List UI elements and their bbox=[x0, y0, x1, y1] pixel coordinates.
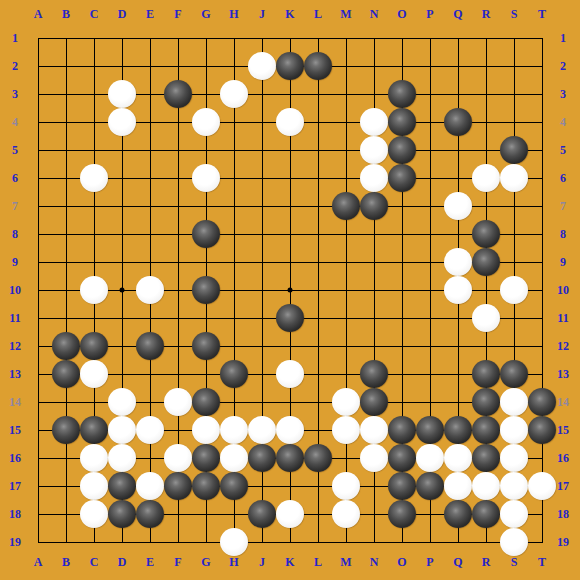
row-label-15: 15 bbox=[557, 424, 569, 436]
white-stone-D14 bbox=[108, 388, 136, 416]
black-stone-R15 bbox=[472, 416, 500, 444]
white-stone-R6 bbox=[472, 164, 500, 192]
column-label-T: T bbox=[538, 8, 546, 20]
white-stone-R17 bbox=[472, 472, 500, 500]
row-label-12: 12 bbox=[557, 340, 569, 352]
row-label-1: 1 bbox=[560, 32, 566, 44]
white-stone-N15 bbox=[360, 416, 388, 444]
row-label-19: 19 bbox=[9, 536, 21, 548]
row-label-3: 3 bbox=[560, 88, 566, 100]
column-label-N: N bbox=[370, 556, 379, 568]
row-label-4: 4 bbox=[560, 116, 566, 128]
black-stone-P15 bbox=[416, 416, 444, 444]
black-stone-C12 bbox=[80, 332, 108, 360]
column-label-C: C bbox=[90, 8, 99, 20]
white-stone-C6 bbox=[80, 164, 108, 192]
black-stone-L2 bbox=[304, 52, 332, 80]
column-label-J: J bbox=[259, 8, 265, 20]
black-stone-G12 bbox=[192, 332, 220, 360]
row-label-9: 9 bbox=[12, 256, 18, 268]
black-stone-O6 bbox=[388, 164, 416, 192]
column-label-P: P bbox=[426, 8, 433, 20]
black-stone-B13 bbox=[52, 360, 80, 388]
black-stone-M7 bbox=[332, 192, 360, 220]
column-label-N: N bbox=[370, 8, 379, 20]
white-stone-R11 bbox=[472, 304, 500, 332]
column-label-D: D bbox=[118, 556, 127, 568]
black-stone-G16 bbox=[192, 444, 220, 472]
row-label-14: 14 bbox=[9, 396, 21, 408]
row-label-11: 11 bbox=[557, 312, 568, 324]
black-stone-R13 bbox=[472, 360, 500, 388]
black-stone-R9 bbox=[472, 248, 500, 276]
black-stone-Q4 bbox=[444, 108, 472, 136]
white-stone-Q17 bbox=[444, 472, 472, 500]
white-stone-Q7 bbox=[444, 192, 472, 220]
row-label-13: 13 bbox=[557, 368, 569, 380]
white-stone-N16 bbox=[360, 444, 388, 472]
black-stone-C15 bbox=[80, 416, 108, 444]
column-label-O: O bbox=[397, 556, 406, 568]
black-stone-H17 bbox=[220, 472, 248, 500]
white-stone-S14 bbox=[500, 388, 528, 416]
go-board[interactable]: AABBCCDDEEFFGGHHJJKKLLMMNNOOPPQQRRSSTT11… bbox=[0, 0, 580, 580]
column-label-L: L bbox=[314, 556, 322, 568]
white-stone-M15 bbox=[332, 416, 360, 444]
column-label-B: B bbox=[62, 556, 70, 568]
white-stone-D16 bbox=[108, 444, 136, 472]
column-label-M: M bbox=[340, 8, 351, 20]
column-label-A: A bbox=[34, 8, 43, 20]
column-label-P: P bbox=[426, 556, 433, 568]
white-stone-F16 bbox=[164, 444, 192, 472]
white-stone-N5 bbox=[360, 136, 388, 164]
row-label-12: 12 bbox=[9, 340, 21, 352]
white-stone-K18 bbox=[276, 500, 304, 528]
black-stone-P17 bbox=[416, 472, 444, 500]
column-label-K: K bbox=[285, 8, 294, 20]
column-label-R: R bbox=[482, 8, 491, 20]
black-stone-K16 bbox=[276, 444, 304, 472]
black-stone-D18 bbox=[108, 500, 136, 528]
row-label-16: 16 bbox=[9, 452, 21, 464]
row-label-14: 14 bbox=[557, 396, 569, 408]
column-label-K: K bbox=[285, 556, 294, 568]
black-stone-R16 bbox=[472, 444, 500, 472]
white-stone-S16 bbox=[500, 444, 528, 472]
black-stone-G8 bbox=[192, 220, 220, 248]
white-stone-Q9 bbox=[444, 248, 472, 276]
row-label-5: 5 bbox=[560, 144, 566, 156]
white-stone-G6 bbox=[192, 164, 220, 192]
black-stone-S13 bbox=[500, 360, 528, 388]
board-grid-line bbox=[542, 38, 543, 543]
white-stone-D15 bbox=[108, 416, 136, 444]
black-stone-Q18 bbox=[444, 500, 472, 528]
white-stone-T17 bbox=[528, 472, 556, 500]
row-label-9: 9 bbox=[560, 256, 566, 268]
row-label-4: 4 bbox=[12, 116, 18, 128]
white-stone-S15 bbox=[500, 416, 528, 444]
white-stone-C18 bbox=[80, 500, 108, 528]
white-stone-H19 bbox=[220, 528, 248, 556]
column-label-M: M bbox=[340, 556, 351, 568]
column-label-Q: Q bbox=[453, 8, 462, 20]
row-label-18: 18 bbox=[557, 508, 569, 520]
column-label-E: E bbox=[146, 8, 154, 20]
row-label-3: 3 bbox=[12, 88, 18, 100]
white-stone-G15 bbox=[192, 416, 220, 444]
column-label-F: F bbox=[174, 556, 181, 568]
black-stone-K11 bbox=[276, 304, 304, 332]
black-stone-B12 bbox=[52, 332, 80, 360]
white-stone-S18 bbox=[500, 500, 528, 528]
row-label-2: 2 bbox=[12, 60, 18, 72]
black-stone-G10 bbox=[192, 276, 220, 304]
white-stone-K13 bbox=[276, 360, 304, 388]
black-stone-O18 bbox=[388, 500, 416, 528]
white-stone-H15 bbox=[220, 416, 248, 444]
row-label-16: 16 bbox=[557, 452, 569, 464]
white-stone-Q10 bbox=[444, 276, 472, 304]
black-stone-F3 bbox=[164, 80, 192, 108]
column-label-J: J bbox=[259, 556, 265, 568]
black-stone-E12 bbox=[136, 332, 164, 360]
white-stone-J2 bbox=[248, 52, 276, 80]
row-label-6: 6 bbox=[12, 172, 18, 184]
row-label-8: 8 bbox=[12, 228, 18, 240]
row-label-19: 19 bbox=[557, 536, 569, 548]
row-label-17: 17 bbox=[9, 480, 21, 492]
black-stone-B15 bbox=[52, 416, 80, 444]
row-label-5: 5 bbox=[12, 144, 18, 156]
column-label-H: H bbox=[229, 8, 238, 20]
white-stone-Q16 bbox=[444, 444, 472, 472]
column-label-R: R bbox=[482, 556, 491, 568]
column-label-E: E bbox=[146, 556, 154, 568]
black-stone-J16 bbox=[248, 444, 276, 472]
white-stone-C13 bbox=[80, 360, 108, 388]
black-stone-K2 bbox=[276, 52, 304, 80]
board-grid-line bbox=[38, 346, 543, 347]
row-label-7: 7 bbox=[12, 200, 18, 212]
black-stone-H13 bbox=[220, 360, 248, 388]
white-stone-H3 bbox=[220, 80, 248, 108]
white-stone-K4 bbox=[276, 108, 304, 136]
white-stone-N4 bbox=[360, 108, 388, 136]
white-stone-C10 bbox=[80, 276, 108, 304]
black-stone-O5 bbox=[388, 136, 416, 164]
white-stone-S19 bbox=[500, 528, 528, 556]
star-point-K10 bbox=[288, 288, 293, 293]
column-label-F: F bbox=[174, 8, 181, 20]
column-label-T: T bbox=[538, 556, 546, 568]
black-stone-R8 bbox=[472, 220, 500, 248]
column-label-H: H bbox=[229, 556, 238, 568]
board-grid-line bbox=[346, 38, 347, 543]
black-stone-F17 bbox=[164, 472, 192, 500]
white-stone-M17 bbox=[332, 472, 360, 500]
row-label-6: 6 bbox=[560, 172, 566, 184]
row-label-15: 15 bbox=[9, 424, 21, 436]
white-stone-K15 bbox=[276, 416, 304, 444]
black-stone-O4 bbox=[388, 108, 416, 136]
black-stone-N7 bbox=[360, 192, 388, 220]
row-label-8: 8 bbox=[560, 228, 566, 240]
column-label-L: L bbox=[314, 8, 322, 20]
row-label-18: 18 bbox=[9, 508, 21, 520]
white-stone-G4 bbox=[192, 108, 220, 136]
column-label-C: C bbox=[90, 556, 99, 568]
black-stone-R18 bbox=[472, 500, 500, 528]
white-stone-E17 bbox=[136, 472, 164, 500]
white-stone-J15 bbox=[248, 416, 276, 444]
white-stone-D3 bbox=[108, 80, 136, 108]
black-stone-E18 bbox=[136, 500, 164, 528]
black-stone-O3 bbox=[388, 80, 416, 108]
white-stone-S6 bbox=[500, 164, 528, 192]
column-label-S: S bbox=[511, 556, 518, 568]
column-label-Q: Q bbox=[453, 556, 462, 568]
black-stone-G14 bbox=[192, 388, 220, 416]
row-label-11: 11 bbox=[9, 312, 20, 324]
black-stone-J18 bbox=[248, 500, 276, 528]
row-label-7: 7 bbox=[560, 200, 566, 212]
column-label-G: G bbox=[201, 8, 210, 20]
white-stone-C17 bbox=[80, 472, 108, 500]
row-label-10: 10 bbox=[9, 284, 21, 296]
black-stone-T15 bbox=[528, 416, 556, 444]
star-point-D10 bbox=[120, 288, 125, 293]
column-label-B: B bbox=[62, 8, 70, 20]
black-stone-D17 bbox=[108, 472, 136, 500]
black-stone-N14 bbox=[360, 388, 388, 416]
white-stone-E10 bbox=[136, 276, 164, 304]
column-label-D: D bbox=[118, 8, 127, 20]
white-stone-N6 bbox=[360, 164, 388, 192]
white-stone-C16 bbox=[80, 444, 108, 472]
black-stone-T14 bbox=[528, 388, 556, 416]
column-label-O: O bbox=[397, 8, 406, 20]
column-label-S: S bbox=[511, 8, 518, 20]
black-stone-S5 bbox=[500, 136, 528, 164]
black-stone-N13 bbox=[360, 360, 388, 388]
white-stone-S17 bbox=[500, 472, 528, 500]
black-stone-O16 bbox=[388, 444, 416, 472]
black-stone-Q15 bbox=[444, 416, 472, 444]
white-stone-D4 bbox=[108, 108, 136, 136]
board-grid-line bbox=[38, 542, 543, 543]
white-stone-S10 bbox=[500, 276, 528, 304]
row-label-1: 1 bbox=[12, 32, 18, 44]
row-label-10: 10 bbox=[557, 284, 569, 296]
white-stone-F14 bbox=[164, 388, 192, 416]
column-label-G: G bbox=[201, 556, 210, 568]
black-stone-L16 bbox=[304, 444, 332, 472]
row-label-2: 2 bbox=[560, 60, 566, 72]
row-label-13: 13 bbox=[9, 368, 21, 380]
black-stone-R14 bbox=[472, 388, 500, 416]
black-stone-O17 bbox=[388, 472, 416, 500]
white-stone-E15 bbox=[136, 416, 164, 444]
white-stone-H16 bbox=[220, 444, 248, 472]
black-stone-O15 bbox=[388, 416, 416, 444]
white-stone-P16 bbox=[416, 444, 444, 472]
white-stone-M18 bbox=[332, 500, 360, 528]
black-stone-G17 bbox=[192, 472, 220, 500]
row-label-17: 17 bbox=[557, 480, 569, 492]
white-stone-M14 bbox=[332, 388, 360, 416]
column-label-A: A bbox=[34, 556, 43, 568]
